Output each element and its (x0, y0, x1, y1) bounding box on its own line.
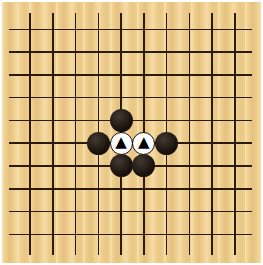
point-1-8[interactable] (19, 177, 42, 200)
black-stone (87, 132, 110, 155)
point-10-3[interactable] (223, 63, 246, 86)
point-8-5[interactable] (178, 109, 201, 132)
point-5-5[interactable] (110, 109, 133, 132)
point-5-7[interactable] (110, 154, 133, 177)
point-2-4[interactable] (41, 86, 64, 109)
point-6-8[interactable] (132, 177, 155, 200)
point-4-2[interactable] (87, 41, 110, 64)
point-8-10[interactable] (178, 223, 201, 246)
point-10-5[interactable] (223, 109, 246, 132)
point-6-10[interactable] (132, 223, 155, 246)
point-4-4[interactable] (87, 86, 110, 109)
point-8-9[interactable] (178, 200, 201, 223)
point-7-2[interactable] (155, 41, 178, 64)
point-5-9[interactable] (110, 200, 133, 223)
point-2-5[interactable] (41, 109, 64, 132)
black-stone (110, 154, 133, 177)
point-5-10[interactable] (110, 223, 133, 246)
point-2-9[interactable] (41, 200, 64, 223)
point-1-2[interactable] (19, 41, 42, 64)
point-9-3[interactable] (201, 63, 224, 86)
point-1-9[interactable] (19, 200, 42, 223)
point-9-5[interactable] (201, 109, 224, 132)
point-9-10[interactable] (201, 223, 224, 246)
point-8-2[interactable] (178, 41, 201, 64)
point-7-5[interactable] (155, 109, 178, 132)
black-stone (110, 109, 133, 132)
point-10-4[interactable] (223, 86, 246, 109)
point-2-10[interactable] (41, 223, 64, 246)
point-7-7[interactable] (155, 154, 178, 177)
point-5-8[interactable] (110, 177, 133, 200)
point-6-7[interactable] (132, 154, 155, 177)
point-6-3[interactable] (132, 63, 155, 86)
point-10-6[interactable] (223, 132, 246, 155)
point-7-3[interactable] (155, 63, 178, 86)
point-9-9[interactable] (201, 200, 224, 223)
point-10-9[interactable] (223, 200, 246, 223)
point-8-7[interactable] (178, 154, 201, 177)
point-10-2[interactable] (223, 41, 246, 64)
point-6-4[interactable] (132, 86, 155, 109)
white-stone-triangle-marked: ▲ (110, 132, 133, 155)
point-6-2[interactable] (132, 41, 155, 64)
white-stone-triangle-marked: ▲ (132, 132, 155, 155)
point-5-2[interactable] (110, 41, 133, 64)
point-1-3[interactable] (19, 63, 42, 86)
point-9-4[interactable] (201, 86, 224, 109)
point-3-6[interactable] (64, 132, 87, 155)
point-3-7[interactable] (64, 154, 87, 177)
point-1-7[interactable] (19, 154, 42, 177)
point-8-8[interactable] (178, 177, 201, 200)
point-2-7[interactable] (41, 154, 64, 177)
point-4-1[interactable] (87, 18, 110, 41)
point-4-7[interactable] (87, 154, 110, 177)
point-2-2[interactable] (41, 41, 64, 64)
point-5-1[interactable] (110, 18, 133, 41)
point-2-1[interactable] (41, 18, 64, 41)
point-2-3[interactable] (41, 63, 64, 86)
point-10-7[interactable] (223, 154, 246, 177)
point-2-8[interactable] (41, 177, 64, 200)
point-4-8[interactable] (87, 177, 110, 200)
point-4-6[interactable] (87, 132, 110, 155)
point-7-9[interactable] (155, 200, 178, 223)
point-1-5[interactable] (19, 109, 42, 132)
black-stone (155, 132, 178, 155)
point-6-5[interactable] (132, 109, 155, 132)
point-4-9[interactable] (87, 200, 110, 223)
point-3-8[interactable] (64, 177, 87, 200)
point-9-2[interactable] (201, 41, 224, 64)
triangle-mark-icon: ▲ (115, 135, 127, 150)
black-stone (132, 154, 155, 177)
point-10-1[interactable] (223, 18, 246, 41)
goban[interactable]: ▲▲ (2, 2, 261, 263)
point-4-5[interactable] (87, 109, 110, 132)
point-3-5[interactable] (64, 109, 87, 132)
point-9-6[interactable] (201, 132, 224, 155)
triangle-mark-icon: ▲ (138, 135, 150, 150)
board-grid: ▲▲ (19, 18, 247, 246)
point-9-1[interactable] (201, 18, 224, 41)
point-6-1[interactable] (132, 18, 155, 41)
point-7-10[interactable] (155, 223, 178, 246)
point-1-6[interactable] (19, 132, 42, 155)
point-9-7[interactable] (201, 154, 224, 177)
point-5-6[interactable]: ▲ (110, 132, 133, 155)
point-8-1[interactable] (178, 18, 201, 41)
point-5-4[interactable] (110, 86, 133, 109)
point-1-4[interactable] (19, 86, 42, 109)
point-3-2[interactable] (64, 41, 87, 64)
point-5-3[interactable] (110, 63, 133, 86)
point-4-3[interactable] (87, 63, 110, 86)
point-1-1[interactable] (19, 18, 42, 41)
point-7-1[interactable] (155, 18, 178, 41)
point-3-10[interactable] (64, 223, 87, 246)
point-3-4[interactable] (64, 86, 87, 109)
point-9-8[interactable] (201, 177, 224, 200)
point-1-10[interactable] (19, 223, 42, 246)
point-7-6[interactable] (155, 132, 178, 155)
point-10-10[interactable] (223, 223, 246, 246)
point-8-4[interactable] (178, 86, 201, 109)
point-2-6[interactable] (41, 132, 64, 155)
go-diagram: ▲▲ (0, 0, 263, 265)
point-6-9[interactable] (132, 200, 155, 223)
point-6-6[interactable]: ▲ (132, 132, 155, 155)
point-10-8[interactable] (223, 177, 246, 200)
point-7-8[interactable] (155, 177, 178, 200)
point-3-1[interactable] (64, 18, 87, 41)
point-3-9[interactable] (64, 200, 87, 223)
point-8-3[interactable] (178, 63, 201, 86)
point-8-6[interactable] (178, 132, 201, 155)
point-7-4[interactable] (155, 86, 178, 109)
point-3-3[interactable] (64, 63, 87, 86)
point-4-10[interactable] (87, 223, 110, 246)
